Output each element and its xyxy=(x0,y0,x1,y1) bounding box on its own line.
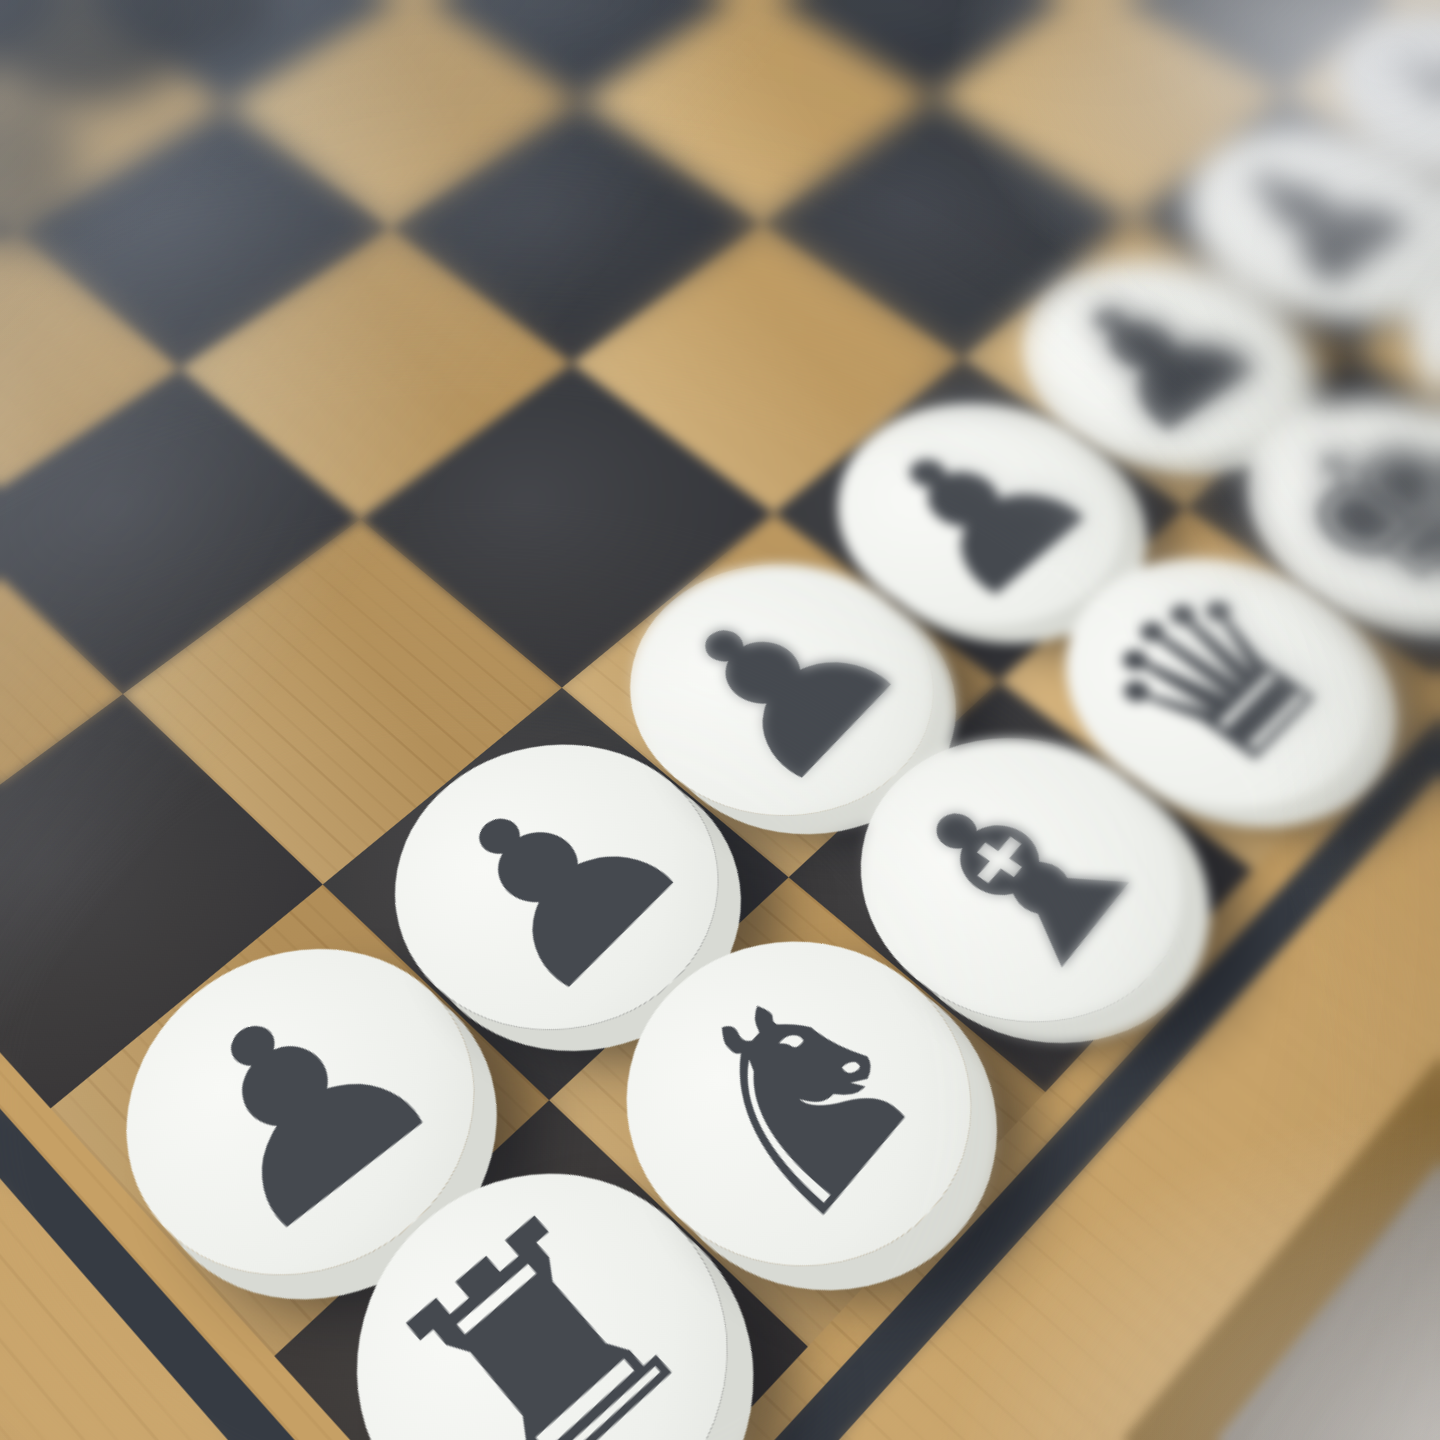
board-border-pinstripe: ♜♞♝♛♚♝♞♜♟♟♟♟♟♟♟♟♟♟♟♟♟♟♟♟♜♞♝♛♚♝♞♜ xyxy=(0,0,1440,1440)
chess-board-grid: ♜♞♝♛♚♝♞♜♟♟♟♟♟♟♟♟♟♟♟♟♟♟♟♟♜♞♝♛♚♝♞♜ xyxy=(0,0,1440,1440)
board-border-gap: ♜♞♝♛♚♝♞♜♟♟♟♟♟♟♟♟♟♟♟♟♟♟♟♟♜♞♝♛♚♝♞♜ xyxy=(0,0,1440,1440)
pieces-layer: ♜♞♝♛♚♝♞♜♟♟♟♟♟♟♟♟♟♟♟♟♟♟♟♟♜♞♝♛♚♝♞♜ xyxy=(0,0,1440,1440)
chess-board: ♜♞♝♛♚♝♞♜♟♟♟♟♟♟♟♟♟♟♟♟♟♟♟♟♜♞♝♛♚♝♞♜ xyxy=(0,0,1440,1440)
table-surface: ♜♞♝♛♚♝♞♜♟♟♟♟♟♟♟♟♟♟♟♟♟♟♟♟♜♞♝♛♚♝♞♜ xyxy=(0,0,1440,1440)
